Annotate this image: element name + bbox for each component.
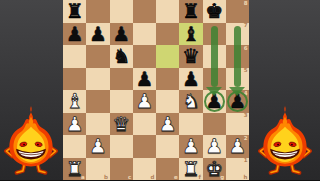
square-g7 <box>203 23 226 46</box>
square-b4 <box>86 90 109 113</box>
black-rook: ♜ <box>179 0 202 23</box>
square-f2: ♟ <box>179 135 202 158</box>
square-d6 <box>133 45 156 68</box>
square-h1: 1h <box>226 158 249 181</box>
file-label-g: g <box>220 175 224 181</box>
square-g6 <box>203 45 226 68</box>
rank-label-2: 2 <box>244 136 248 142</box>
square-d2 <box>133 135 156 158</box>
black-pawn: ♟ <box>203 90 226 113</box>
square-e7 <box>156 23 179 46</box>
square-a6 <box>63 45 86 68</box>
black-bishop: ♝ <box>179 23 202 46</box>
square-d3 <box>133 113 156 136</box>
fire-mascot-left <box>4 105 58 180</box>
file-label-h: h <box>244 175 248 181</box>
black-knight: ♞ <box>110 45 133 68</box>
square-d8 <box>133 0 156 23</box>
video-frame: ♜♜♚8♟♟♟♝7♞♛6♟♟5♝♟♞♟♟4♟♛♟3♟♟♟♟2♜abcde♜f♚g… <box>0 0 320 180</box>
white-pawn: ♟ <box>156 113 179 136</box>
square-a3: ♟ <box>63 113 86 136</box>
square-e4 <box>156 90 179 113</box>
square-b2: ♟ <box>86 135 109 158</box>
square-g3 <box>203 113 226 136</box>
square-f6: ♛ <box>179 45 202 68</box>
fire-mascot-right <box>258 105 312 180</box>
square-f5: ♟ <box>179 68 202 91</box>
square-c2 <box>110 135 133 158</box>
square-h4: ♟4 <box>226 90 249 113</box>
square-c3: ♛ <box>110 113 133 136</box>
square-h3: 3 <box>226 113 249 136</box>
black-pawn: ♟ <box>133 68 156 91</box>
white-queen: ♛ <box>110 113 133 136</box>
black-pawn: ♟ <box>110 23 133 46</box>
square-c4 <box>110 90 133 113</box>
square-d5: ♟ <box>133 68 156 91</box>
file-label-a: a <box>81 175 85 181</box>
square-e1: e <box>156 158 179 181</box>
square-e3: ♟ <box>156 113 179 136</box>
square-d1: d <box>133 158 156 181</box>
square-b8 <box>86 0 109 23</box>
file-label-e: e <box>174 175 178 181</box>
file-label-f: f <box>199 175 201 181</box>
square-e6 <box>156 45 179 68</box>
square-c8 <box>110 0 133 23</box>
square-g8: ♚ <box>203 0 226 23</box>
rank-label-4: 4 <box>244 91 248 97</box>
file-label-c: c <box>128 175 131 181</box>
black-queen: ♛ <box>179 45 202 68</box>
square-f7: ♝ <box>179 23 202 46</box>
square-a8: ♜ <box>63 0 86 23</box>
square-b7: ♟ <box>86 23 109 46</box>
square-g5 <box>203 68 226 91</box>
square-a4: ♝ <box>63 90 86 113</box>
white-pawn: ♟ <box>133 90 156 113</box>
rank-label-1: 1 <box>244 158 248 164</box>
square-b6 <box>86 45 109 68</box>
square-e8 <box>156 0 179 23</box>
black-rook: ♜ <box>63 0 86 23</box>
file-label-d: d <box>151 175 155 181</box>
square-e2 <box>156 135 179 158</box>
square-g2: ♟ <box>203 135 226 158</box>
rank-label-7: 7 <box>244 23 248 29</box>
square-e5 <box>156 68 179 91</box>
square-h6: 6 <box>226 45 249 68</box>
square-b1: b <box>86 158 109 181</box>
rank-label-6: 6 <box>244 46 248 52</box>
file-label-b: b <box>104 175 108 181</box>
square-f4: ♞ <box>179 90 202 113</box>
square-c7: ♟ <box>110 23 133 46</box>
black-pawn: ♟ <box>86 23 109 46</box>
square-c1: c <box>110 158 133 181</box>
square-b3 <box>86 113 109 136</box>
black-pawn: ♟ <box>63 23 86 46</box>
square-d4: ♟ <box>133 90 156 113</box>
white-pawn: ♟ <box>63 113 86 136</box>
white-knight: ♞ <box>179 90 202 113</box>
black-pawn: ♟ <box>179 68 202 91</box>
white-pawn: ♟ <box>86 135 109 158</box>
white-pawn: ♟ <box>203 135 226 158</box>
square-h5: 5 <box>226 68 249 91</box>
square-d7 <box>133 23 156 46</box>
square-h8: 8 <box>226 0 249 23</box>
square-a7: ♟ <box>63 23 86 46</box>
square-c5 <box>110 68 133 91</box>
rank-label-8: 8 <box>244 1 248 7</box>
square-f3 <box>179 113 202 136</box>
white-pawn: ♟ <box>179 135 202 158</box>
white-bishop: ♝ <box>63 90 86 113</box>
square-g4: ♟ <box>203 90 226 113</box>
square-a2 <box>63 135 86 158</box>
rank-label-3: 3 <box>244 113 248 119</box>
chess-board: ♜♜♚8♟♟♟♝7♞♛6♟♟5♝♟♞♟♟4♟♛♟3♟♟♟♟2♜abcde♜f♚g… <box>63 0 249 180</box>
rank-label-5: 5 <box>244 68 248 74</box>
square-b5 <box>86 68 109 91</box>
square-a5 <box>63 68 86 91</box>
square-f1: ♜f <box>179 158 202 181</box>
square-f8: ♜ <box>179 0 202 23</box>
square-a1: ♜a <box>63 158 86 181</box>
square-h7: 7 <box>226 23 249 46</box>
square-g1: ♚g <box>203 158 226 181</box>
square-c6: ♞ <box>110 45 133 68</box>
square-h2: ♟2 <box>226 135 249 158</box>
black-king: ♚ <box>203 0 226 23</box>
